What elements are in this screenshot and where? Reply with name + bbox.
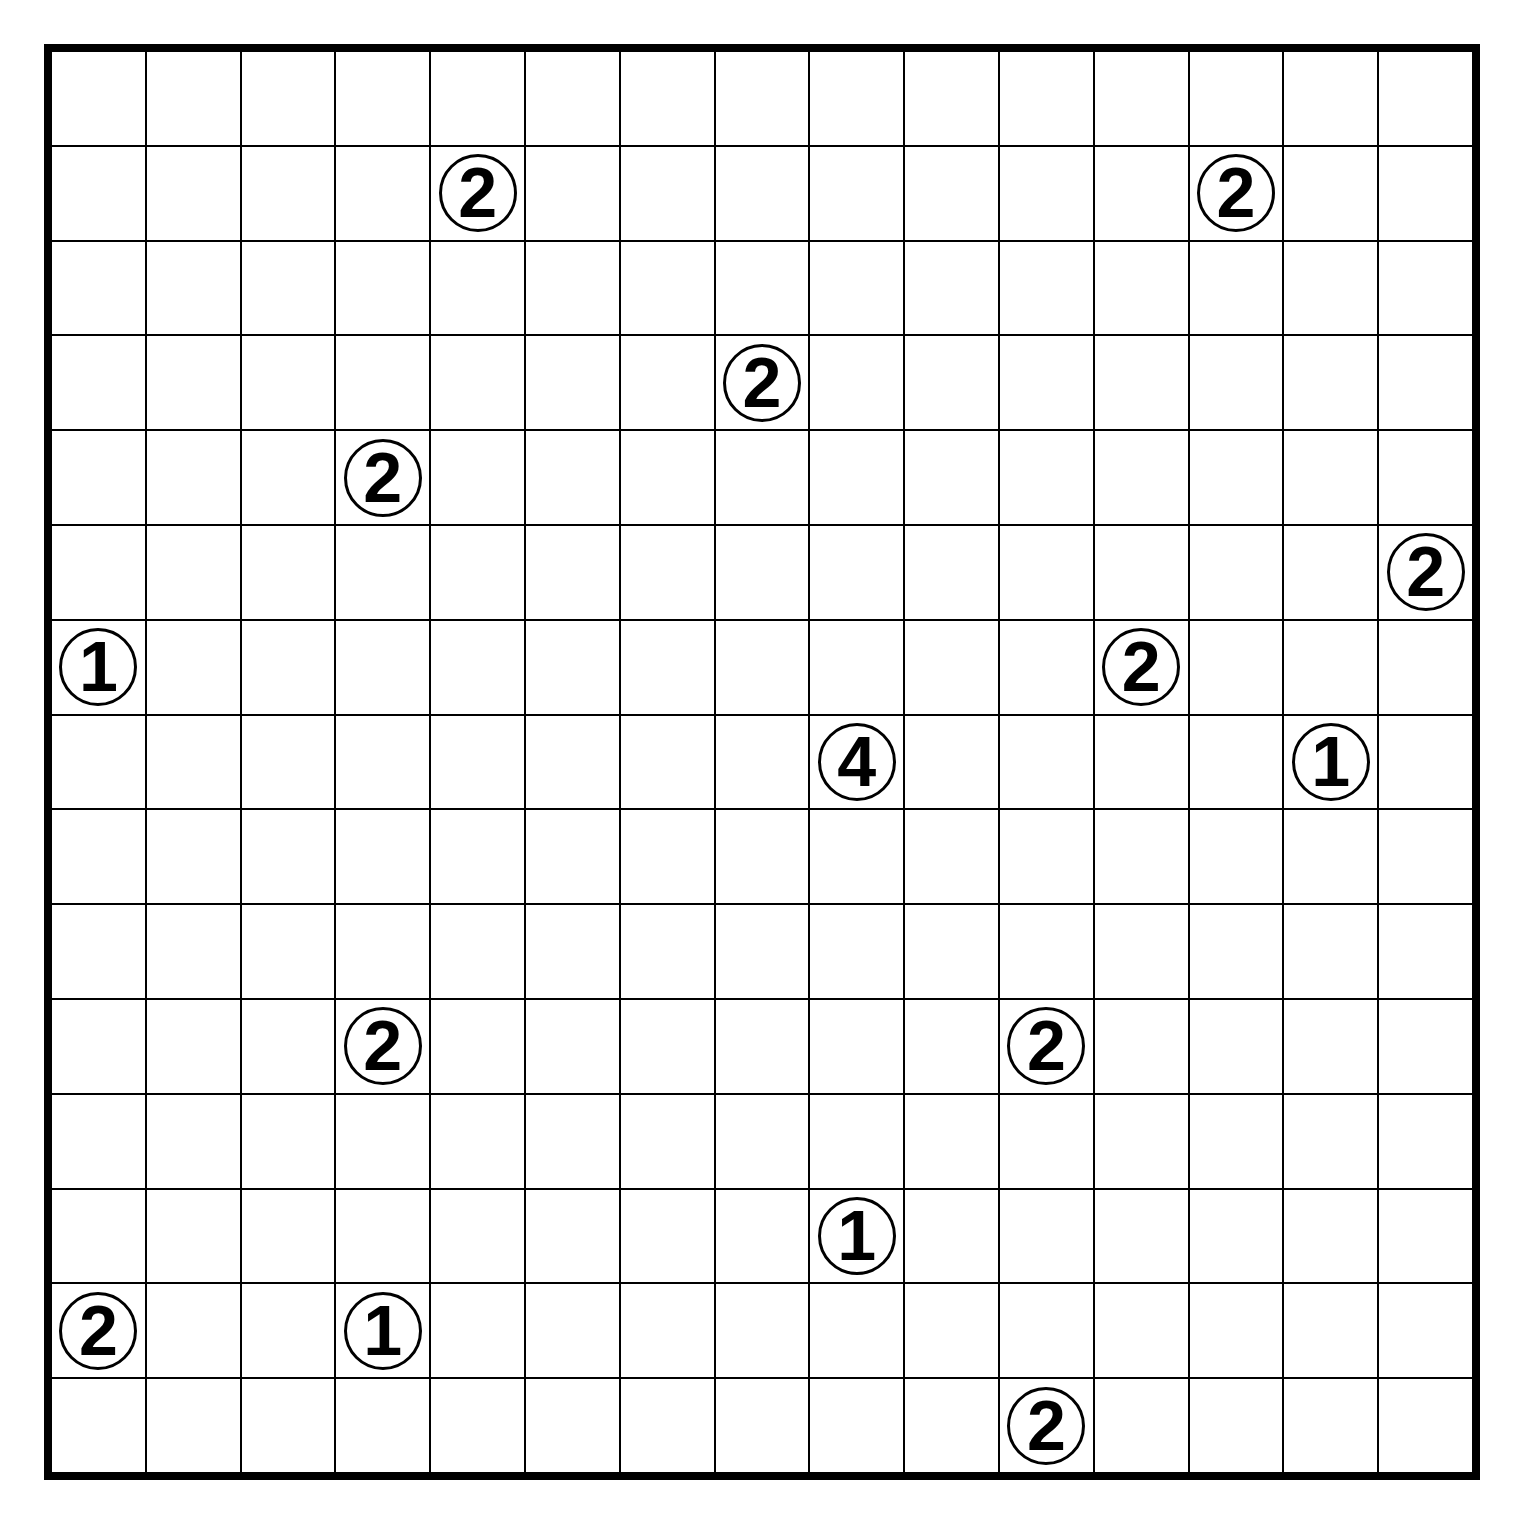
puzzle-board: 222221241221212 xyxy=(44,44,1480,1480)
grid-cell[interactable] xyxy=(621,336,714,429)
grid-cell[interactable] xyxy=(1379,1284,1472,1377)
grid-cell[interactable]: 2 xyxy=(1000,1000,1093,1093)
grid-cell[interactable] xyxy=(52,1379,145,1472)
grid-cell[interactable] xyxy=(336,621,429,714)
grid-cell[interactable] xyxy=(810,1000,903,1093)
clue-circle: 2 xyxy=(1007,1007,1085,1085)
grid-cell[interactable] xyxy=(905,810,998,903)
grid-cell[interactable]: 2 xyxy=(431,147,524,240)
grid-cell[interactable] xyxy=(1000,147,1093,240)
grid-cell[interactable] xyxy=(147,1379,240,1472)
grid-cell[interactable] xyxy=(621,242,714,335)
grid-cell[interactable] xyxy=(1095,1284,1188,1377)
grid-cell[interactable] xyxy=(1095,905,1188,998)
grid-cell[interactable] xyxy=(1095,52,1188,145)
grid-cell[interactable] xyxy=(52,52,145,145)
grid-cell[interactable] xyxy=(621,716,714,809)
grid-cell[interactable] xyxy=(1284,1190,1377,1283)
grid-cell[interactable] xyxy=(431,52,524,145)
grid-cell[interactable] xyxy=(1000,1190,1093,1283)
grid-cell[interactable] xyxy=(431,1095,524,1188)
grid-cell[interactable] xyxy=(905,52,998,145)
grid-cell[interactable] xyxy=(905,1284,998,1377)
grid-cell[interactable] xyxy=(1379,1379,1472,1472)
grid-cell[interactable]: 2 xyxy=(336,431,429,524)
grid-cell[interactable] xyxy=(242,242,335,335)
grid-cell[interactable] xyxy=(1095,336,1188,429)
grid-cell[interactable] xyxy=(810,147,903,240)
grid-cell[interactable] xyxy=(1095,1379,1188,1472)
grid-cell[interactable] xyxy=(242,716,335,809)
grid-cell[interactable] xyxy=(336,905,429,998)
grid-cell[interactable] xyxy=(242,1284,335,1377)
grid-cell[interactable] xyxy=(242,52,335,145)
grid-cell[interactable] xyxy=(1284,147,1377,240)
grid-cell[interactable] xyxy=(905,336,998,429)
grid-cell[interactable] xyxy=(526,431,619,524)
grid-cell[interactable] xyxy=(905,716,998,809)
grid-cell[interactable]: 2 xyxy=(1190,147,1283,240)
grid-cell[interactable]: 2 xyxy=(716,336,809,429)
grid-cell[interactable] xyxy=(431,242,524,335)
grid-cell[interactable] xyxy=(716,242,809,335)
grid-cell[interactable]: 2 xyxy=(52,1284,145,1377)
grid-cell[interactable] xyxy=(1095,147,1188,240)
grid-cell[interactable] xyxy=(1379,1095,1472,1188)
grid-cell[interactable] xyxy=(621,526,714,619)
grid-cell[interactable] xyxy=(1190,242,1283,335)
grid-cell[interactable] xyxy=(1284,336,1377,429)
grid-cell[interactable] xyxy=(716,1379,809,1472)
grid-cell[interactable] xyxy=(242,336,335,429)
grid-cell[interactable] xyxy=(242,905,335,998)
grid-cell[interactable] xyxy=(52,431,145,524)
grid-cell[interactable] xyxy=(147,716,240,809)
grid-cell[interactable] xyxy=(242,526,335,619)
grid-cell[interactable] xyxy=(621,621,714,714)
grid-cell[interactable] xyxy=(905,431,998,524)
grid-cell[interactable] xyxy=(716,431,809,524)
grid-cell[interactable] xyxy=(431,621,524,714)
grid-cell[interactable] xyxy=(1095,716,1188,809)
grid-cell[interactable] xyxy=(242,431,335,524)
clue-circle: 4 xyxy=(818,723,896,801)
grid-cell[interactable] xyxy=(1190,1190,1283,1283)
grid-cell[interactable] xyxy=(1284,431,1377,524)
grid-cell[interactable] xyxy=(526,716,619,809)
grid-cell[interactable]: 1 xyxy=(52,621,145,714)
grid-cell[interactable] xyxy=(1000,1284,1093,1377)
grid-cell[interactable] xyxy=(147,1000,240,1093)
grid-cell[interactable] xyxy=(52,1190,145,1283)
grid-cell[interactable] xyxy=(1190,810,1283,903)
grid-cell[interactable] xyxy=(1379,621,1472,714)
grid-cell[interactable]: 2 xyxy=(1095,621,1188,714)
grid-cell[interactable] xyxy=(716,1284,809,1377)
grid-cell[interactable] xyxy=(1379,431,1472,524)
grid-cell[interactable] xyxy=(905,147,998,240)
grid-cell[interactable] xyxy=(621,1095,714,1188)
grid-cell[interactable] xyxy=(1095,526,1188,619)
grid-cell[interactable] xyxy=(526,526,619,619)
grid-cell[interactable]: 2 xyxy=(336,1000,429,1093)
grid-cell[interactable] xyxy=(716,526,809,619)
grid-cell[interactable] xyxy=(336,52,429,145)
clue-circle: 2 xyxy=(439,154,517,232)
grid-cell[interactable] xyxy=(431,905,524,998)
puzzle-grid: 222221241221212 xyxy=(52,52,1472,1472)
grid-cell[interactable] xyxy=(336,810,429,903)
grid-cell[interactable] xyxy=(1379,336,1472,429)
grid-cell[interactable] xyxy=(1000,810,1093,903)
grid-cell[interactable] xyxy=(52,242,145,335)
grid-cell[interactable] xyxy=(810,905,903,998)
clue-circle: 2 xyxy=(1007,1387,1085,1465)
grid-cell[interactable] xyxy=(810,621,903,714)
grid-cell[interactable] xyxy=(147,431,240,524)
grid-cell[interactable] xyxy=(1190,431,1283,524)
grid-cell[interactable] xyxy=(810,810,903,903)
grid-cell[interactable] xyxy=(1190,52,1283,145)
grid-cell[interactable]: 2 xyxy=(1000,1379,1093,1472)
grid-cell[interactable] xyxy=(716,716,809,809)
grid-cell[interactable] xyxy=(336,336,429,429)
grid-cell[interactable] xyxy=(1190,1379,1283,1472)
grid-cell[interactable]: 1 xyxy=(1284,716,1377,809)
grid-cell[interactable] xyxy=(621,1379,714,1472)
grid-cell[interactable] xyxy=(431,1000,524,1093)
grid-cell[interactable] xyxy=(621,431,714,524)
grid-cell[interactable] xyxy=(242,621,335,714)
grid-cell[interactable] xyxy=(336,1190,429,1283)
grid-cell[interactable] xyxy=(621,1000,714,1093)
clue-circle: 1 xyxy=(344,1292,422,1370)
grid-cell[interactable] xyxy=(431,1190,524,1283)
grid-cell[interactable]: 1 xyxy=(336,1284,429,1377)
grid-cell[interactable] xyxy=(905,1095,998,1188)
grid-cell[interactable] xyxy=(1095,1000,1188,1093)
grid-cell[interactable] xyxy=(526,1379,619,1472)
grid-cell[interactable] xyxy=(1284,1095,1377,1188)
grid-cell[interactable] xyxy=(1284,1000,1377,1093)
grid-cell[interactable] xyxy=(1284,52,1377,145)
grid-cell[interactable] xyxy=(336,147,429,240)
grid-cell[interactable] xyxy=(716,1000,809,1093)
grid-cell[interactable] xyxy=(1284,810,1377,903)
grid-cell[interactable] xyxy=(1000,621,1093,714)
grid-cell[interactable] xyxy=(1379,242,1472,335)
grid-cell[interactable] xyxy=(1095,1095,1188,1188)
grid-cell[interactable] xyxy=(1000,716,1093,809)
grid-cell[interactable] xyxy=(1379,147,1472,240)
grid-cell[interactable] xyxy=(52,526,145,619)
grid-cell[interactable] xyxy=(1284,1379,1377,1472)
grid-cell[interactable]: 2 xyxy=(1379,526,1472,619)
grid-cell[interactable] xyxy=(52,147,145,240)
grid-cell[interactable] xyxy=(1190,526,1283,619)
grid-cell[interactable] xyxy=(52,1095,145,1188)
grid-cell[interactable]: 4 xyxy=(810,716,903,809)
grid-cell[interactable] xyxy=(1284,1284,1377,1377)
grid-cell[interactable] xyxy=(621,147,714,240)
clue-circle: 1 xyxy=(818,1197,896,1275)
grid-cell[interactable] xyxy=(526,1284,619,1377)
clue-circle: 1 xyxy=(59,628,137,706)
grid-cell[interactable] xyxy=(716,147,809,240)
grid-cell[interactable] xyxy=(1379,810,1472,903)
grid-cell[interactable] xyxy=(716,1095,809,1188)
grid-cell[interactable] xyxy=(716,905,809,998)
grid-cell[interactable] xyxy=(147,905,240,998)
grid-cell[interactable] xyxy=(905,526,998,619)
grid-cell[interactable] xyxy=(1000,905,1093,998)
grid-cell[interactable] xyxy=(1284,526,1377,619)
grid-cell[interactable] xyxy=(147,621,240,714)
clue-circle: 2 xyxy=(344,1007,422,1085)
clue-circle: 2 xyxy=(344,439,422,517)
grid-cell[interactable] xyxy=(1190,1000,1283,1093)
grid-cell[interactable] xyxy=(431,1284,524,1377)
grid-cell[interactable] xyxy=(905,621,998,714)
grid-cell[interactable] xyxy=(810,1284,903,1377)
grid-cell[interactable] xyxy=(431,431,524,524)
grid-cell[interactable] xyxy=(526,1190,619,1283)
grid-cell[interactable] xyxy=(242,810,335,903)
grid-cell[interactable] xyxy=(1284,905,1377,998)
grid-cell[interactable] xyxy=(810,52,903,145)
grid-cell[interactable] xyxy=(905,1379,998,1472)
grid-cell[interactable] xyxy=(1379,1190,1472,1283)
grid-cell[interactable] xyxy=(1000,242,1093,335)
grid-cell[interactable] xyxy=(1095,242,1188,335)
grid-cell[interactable] xyxy=(1095,1190,1188,1283)
grid-cell[interactable] xyxy=(1379,905,1472,998)
grid-cell[interactable] xyxy=(1284,242,1377,335)
grid-cell[interactable] xyxy=(1190,336,1283,429)
clue-circle: 2 xyxy=(1197,154,1275,232)
grid-cell[interactable] xyxy=(147,242,240,335)
grid-cell[interactable] xyxy=(147,810,240,903)
grid-cell[interactable] xyxy=(810,1379,903,1472)
grid-cell[interactable] xyxy=(1284,621,1377,714)
grid-cell[interactable] xyxy=(147,1095,240,1188)
grid-cell[interactable] xyxy=(526,905,619,998)
grid-cell[interactable] xyxy=(431,716,524,809)
grid-cell[interactable] xyxy=(1000,52,1093,145)
grid-cell[interactable] xyxy=(1000,431,1093,524)
grid-cell[interactable] xyxy=(52,336,145,429)
grid-cell[interactable] xyxy=(526,242,619,335)
grid-cell[interactable] xyxy=(1379,52,1472,145)
grid-cell[interactable] xyxy=(621,1190,714,1283)
grid-cell[interactable] xyxy=(621,905,714,998)
grid-cell[interactable] xyxy=(242,147,335,240)
grid-cell[interactable] xyxy=(147,1190,240,1283)
grid-cell[interactable] xyxy=(526,621,619,714)
grid-cell[interactable] xyxy=(810,336,903,429)
grid-cell[interactable] xyxy=(810,431,903,524)
grid-cell[interactable] xyxy=(1190,1284,1283,1377)
grid-cell[interactable] xyxy=(1095,810,1188,903)
grid-cell[interactable] xyxy=(147,52,240,145)
grid-cell[interactable] xyxy=(1190,1095,1283,1188)
grid-cell[interactable] xyxy=(431,1379,524,1472)
grid-cell[interactable] xyxy=(810,242,903,335)
grid-cell[interactable] xyxy=(147,147,240,240)
grid-cell[interactable] xyxy=(716,621,809,714)
grid-cell[interactable] xyxy=(1000,336,1093,429)
grid-cell[interactable] xyxy=(526,1095,619,1188)
clue-circle: 2 xyxy=(723,344,801,422)
grid-cell[interactable] xyxy=(336,526,429,619)
grid-cell[interactable] xyxy=(526,810,619,903)
clue-circle: 2 xyxy=(1387,533,1465,611)
grid-cell[interactable] xyxy=(242,1379,335,1472)
grid-cell[interactable] xyxy=(905,1000,998,1093)
grid-cell[interactable] xyxy=(810,1095,903,1188)
grid-cell[interactable] xyxy=(242,1190,335,1283)
grid-cell[interactable] xyxy=(905,1190,998,1283)
grid-cell[interactable] xyxy=(1190,905,1283,998)
grid-cell[interactable] xyxy=(905,242,998,335)
grid-cell[interactable] xyxy=(1379,1000,1472,1093)
grid-cell[interactable] xyxy=(621,52,714,145)
grid-cell[interactable] xyxy=(336,1379,429,1472)
grid-cell[interactable] xyxy=(52,1000,145,1093)
grid-cell[interactable] xyxy=(242,1000,335,1093)
grid-cell[interactable] xyxy=(810,526,903,619)
grid-cell[interactable] xyxy=(1190,716,1283,809)
clue-circle: 2 xyxy=(1102,628,1180,706)
clue-circle: 2 xyxy=(59,1292,137,1370)
grid-cell[interactable] xyxy=(716,52,809,145)
grid-cell[interactable] xyxy=(52,905,145,998)
grid-cell[interactable] xyxy=(526,52,619,145)
grid-cell[interactable] xyxy=(336,1095,429,1188)
grid-cell[interactable] xyxy=(336,242,429,335)
grid-cell[interactable] xyxy=(526,336,619,429)
grid-cell[interactable] xyxy=(526,1000,619,1093)
grid-cell[interactable] xyxy=(621,1284,714,1377)
grid-cell[interactable] xyxy=(431,336,524,429)
grid-cell[interactable] xyxy=(431,526,524,619)
grid-cell[interactable] xyxy=(1000,526,1093,619)
grid-cell[interactable] xyxy=(147,336,240,429)
grid-cell[interactable] xyxy=(52,716,145,809)
grid-cell[interactable] xyxy=(621,810,714,903)
grid-cell[interactable] xyxy=(716,1190,809,1283)
grid-cell[interactable] xyxy=(1190,621,1283,714)
grid-cell[interactable] xyxy=(242,1095,335,1188)
grid-cell[interactable] xyxy=(905,905,998,998)
grid-cell[interactable] xyxy=(147,526,240,619)
grid-cell[interactable] xyxy=(336,716,429,809)
grid-cell[interactable] xyxy=(1379,716,1472,809)
grid-cell[interactable] xyxy=(526,147,619,240)
grid-cell[interactable] xyxy=(431,810,524,903)
grid-cell[interactable]: 1 xyxy=(810,1190,903,1283)
clue-circle: 1 xyxy=(1292,723,1370,801)
grid-cell[interactable] xyxy=(1000,1095,1093,1188)
grid-cell[interactable] xyxy=(52,810,145,903)
grid-cell[interactable] xyxy=(1095,431,1188,524)
grid-cell[interactable] xyxy=(716,810,809,903)
grid-cell[interactable] xyxy=(147,1284,240,1377)
